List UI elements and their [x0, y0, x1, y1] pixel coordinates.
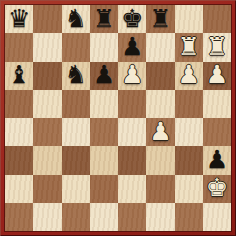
square-a4[interactable]: [5, 118, 33, 146]
square-e8[interactable]: ♚: [118, 5, 146, 33]
square-h4[interactable]: [203, 118, 231, 146]
square-f7[interactable]: [146, 33, 174, 61]
piece-white-rook[interactable]: ♜: [177, 34, 199, 59]
piece-black-queen[interactable]: ♛: [8, 6, 30, 31]
piece-black-pawn[interactable]: ♟: [206, 147, 228, 172]
square-b7[interactable]: [33, 33, 61, 61]
square-c1[interactable]: [62, 203, 90, 231]
square-a2[interactable]: [5, 175, 33, 203]
square-g7[interactable]: ♜: [175, 33, 203, 61]
square-f3[interactable]: [146, 146, 174, 174]
square-b2[interactable]: [33, 175, 61, 203]
square-c3[interactable]: [62, 146, 90, 174]
square-d1[interactable]: [90, 203, 118, 231]
square-c7[interactable]: [62, 33, 90, 61]
piece-white-pawn[interactable]: ♟: [206, 62, 228, 87]
square-b3[interactable]: [33, 146, 61, 174]
square-e4[interactable]: [118, 118, 146, 146]
piece-white-pawn[interactable]: ♟: [121, 62, 143, 87]
square-c6[interactable]: ♞: [62, 62, 90, 90]
square-b5[interactable]: [33, 90, 61, 118]
square-e7[interactable]: ♟: [118, 33, 146, 61]
square-d4[interactable]: [90, 118, 118, 146]
piece-white-king[interactable]: ♚: [206, 175, 228, 200]
piece-black-king[interactable]: ♚: [121, 6, 143, 31]
square-b4[interactable]: [33, 118, 61, 146]
piece-white-rook[interactable]: ♜: [206, 34, 228, 59]
square-g4[interactable]: [175, 118, 203, 146]
square-b6[interactable]: [33, 62, 61, 90]
square-h2[interactable]: ♚: [203, 175, 231, 203]
square-b8[interactable]: [33, 5, 61, 33]
piece-black-knight[interactable]: ♞: [64, 62, 86, 87]
square-h5[interactable]: [203, 90, 231, 118]
square-f8[interactable]: ♜: [146, 5, 174, 33]
square-c4[interactable]: [62, 118, 90, 146]
square-a7[interactable]: [5, 33, 33, 61]
square-f6[interactable]: [146, 62, 174, 90]
square-f5[interactable]: [146, 90, 174, 118]
square-b1[interactable]: [33, 203, 61, 231]
square-g2[interactable]: [175, 175, 203, 203]
square-f4[interactable]: ♟: [146, 118, 174, 146]
square-a6[interactable]: ♝: [5, 62, 33, 90]
square-e1[interactable]: [118, 203, 146, 231]
square-e5[interactable]: [118, 90, 146, 118]
square-f2[interactable]: [146, 175, 174, 203]
square-h1[interactable]: [203, 203, 231, 231]
square-g5[interactable]: [175, 90, 203, 118]
square-d7[interactable]: [90, 33, 118, 61]
piece-black-knight[interactable]: ♞: [64, 6, 86, 31]
square-d2[interactable]: [90, 175, 118, 203]
piece-black-pawn[interactable]: ♟: [93, 62, 115, 87]
square-c5[interactable]: [62, 90, 90, 118]
square-h3[interactable]: ♟: [203, 146, 231, 174]
square-d6[interactable]: ♟: [90, 62, 118, 90]
piece-black-pawn[interactable]: ♟: [121, 34, 143, 59]
chess-board[interactable]: ♛♞♜♚♜♟♜♜♝♞♟♟♟♟♟♟♚: [5, 5, 231, 231]
square-g1[interactable]: [175, 203, 203, 231]
square-c8[interactable]: ♞: [62, 5, 90, 33]
piece-black-rook[interactable]: ♜: [149, 6, 171, 31]
square-e6[interactable]: ♟: [118, 62, 146, 90]
square-a5[interactable]: [5, 90, 33, 118]
square-d3[interactable]: [90, 146, 118, 174]
square-e3[interactable]: [118, 146, 146, 174]
square-a3[interactable]: [5, 146, 33, 174]
square-g3[interactable]: [175, 146, 203, 174]
square-d8[interactable]: ♜: [90, 5, 118, 33]
square-g6[interactable]: ♟: [175, 62, 203, 90]
square-a8[interactable]: ♛: [5, 5, 33, 33]
square-d5[interactable]: [90, 90, 118, 118]
square-f1[interactable]: [146, 203, 174, 231]
square-h7[interactable]: ♜: [203, 33, 231, 61]
piece-white-pawn[interactable]: ♟: [149, 119, 171, 144]
square-c2[interactable]: [62, 175, 90, 203]
square-e2[interactable]: [118, 175, 146, 203]
piece-black-rook[interactable]: ♜: [93, 6, 115, 31]
square-h6[interactable]: ♟: [203, 62, 231, 90]
chess-diagram: ♛♞♜♚♜♟♜♜♝♞♟♟♟♟♟♟♚: [0, 0, 236, 236]
piece-black-bishop[interactable]: ♝: [8, 62, 30, 87]
square-h8[interactable]: [203, 5, 231, 33]
square-a1[interactable]: [5, 203, 33, 231]
piece-white-pawn[interactable]: ♟: [177, 62, 199, 87]
square-g8[interactable]: [175, 5, 203, 33]
